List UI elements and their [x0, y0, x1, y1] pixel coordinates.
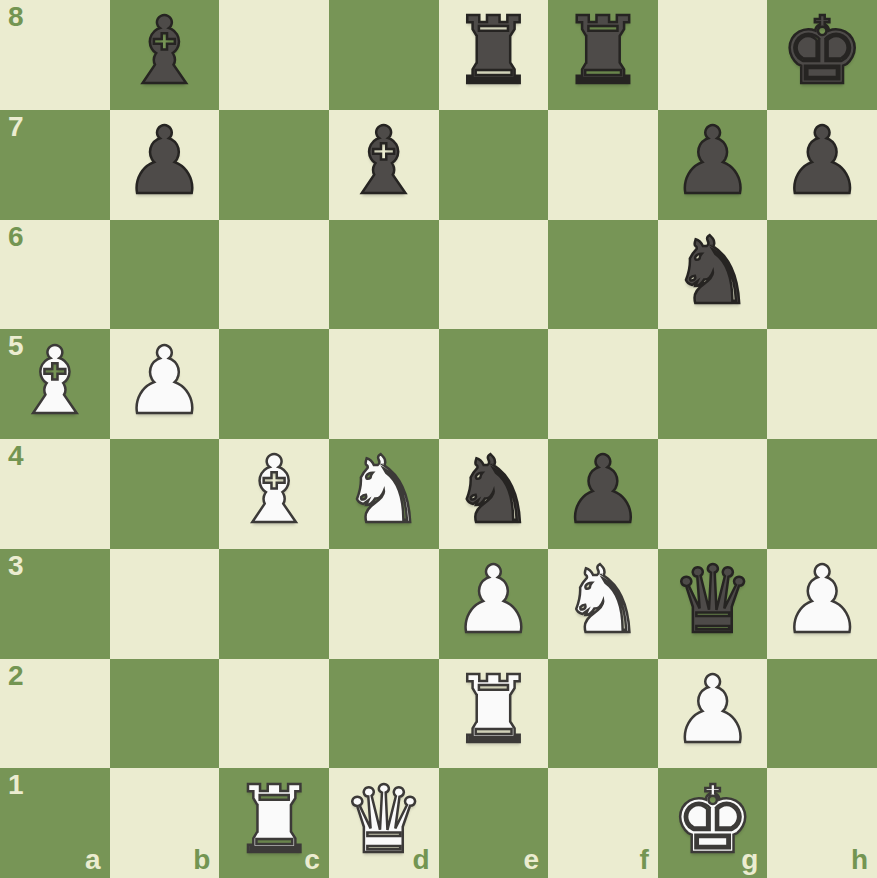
square-a8[interactable]: 8 [0, 0, 110, 110]
square-e7[interactable] [439, 110, 549, 220]
square-b8[interactable]: ♝ [110, 0, 220, 110]
file-label-h: h [851, 846, 868, 874]
square-c1[interactable]: c♜ [219, 768, 329, 878]
chess-board: 8♝♜♜♚7♟♝♟♟6♞5♝♟4♝♞♞♟3♟♞♛♟2♜♟1abc♜d♛efg♚h [0, 0, 877, 878]
rank-label-3: 3 [8, 552, 24, 580]
file-label-b: b [193, 846, 210, 874]
square-a1[interactable]: 1a [0, 768, 110, 878]
square-b4[interactable] [110, 439, 220, 549]
square-g1[interactable]: g♚ [658, 768, 768, 878]
square-c7[interactable] [219, 110, 329, 220]
square-f3[interactable]: ♞ [548, 549, 658, 659]
rank-label-8: 8 [8, 3, 24, 31]
square-b7[interactable]: ♟ [110, 110, 220, 220]
square-c6[interactable] [219, 220, 329, 330]
square-e5[interactable] [439, 329, 549, 439]
piece-black-king[interactable]: ♚ [781, 5, 864, 98]
square-a4[interactable]: 4 [0, 439, 110, 549]
square-g7[interactable]: ♟ [658, 110, 768, 220]
piece-white-bishop[interactable]: ♝ [232, 444, 315, 537]
square-d6[interactable] [329, 220, 439, 330]
piece-white-pawn[interactable]: ♟ [452, 554, 535, 647]
square-f4[interactable]: ♟ [548, 439, 658, 549]
file-label-f: f [639, 846, 648, 874]
piece-black-pawn[interactable]: ♟ [781, 115, 864, 208]
piece-black-knight[interactable]: ♞ [671, 225, 754, 318]
square-d8[interactable] [329, 0, 439, 110]
square-b2[interactable] [110, 659, 220, 769]
square-h6[interactable] [767, 220, 877, 330]
square-a6[interactable]: 6 [0, 220, 110, 330]
square-g8[interactable] [658, 0, 768, 110]
square-h2[interactable] [767, 659, 877, 769]
piece-black-rook[interactable]: ♜ [561, 5, 644, 98]
square-d1[interactable]: d♛ [329, 768, 439, 878]
square-g4[interactable] [658, 439, 768, 549]
square-a5[interactable]: 5♝ [0, 329, 110, 439]
file-label-a: a [85, 846, 101, 874]
square-d7[interactable]: ♝ [329, 110, 439, 220]
square-f8[interactable]: ♜ [548, 0, 658, 110]
square-d5[interactable] [329, 329, 439, 439]
piece-white-knight[interactable]: ♞ [561, 554, 644, 647]
square-f7[interactable] [548, 110, 658, 220]
square-b3[interactable] [110, 549, 220, 659]
square-h5[interactable] [767, 329, 877, 439]
piece-white-rook[interactable]: ♜ [232, 774, 315, 867]
square-e8[interactable]: ♜ [439, 0, 549, 110]
square-c2[interactable] [219, 659, 329, 769]
piece-black-bishop[interactable]: ♝ [123, 5, 206, 98]
piece-white-knight[interactable]: ♞ [342, 444, 425, 537]
square-e3[interactable]: ♟ [439, 549, 549, 659]
square-g6[interactable]: ♞ [658, 220, 768, 330]
square-g5[interactable] [658, 329, 768, 439]
square-f6[interactable] [548, 220, 658, 330]
square-a2[interactable]: 2 [0, 659, 110, 769]
square-d2[interactable] [329, 659, 439, 769]
piece-black-knight[interactable]: ♞ [452, 444, 535, 537]
rank-label-1: 1 [8, 771, 24, 799]
piece-black-pawn[interactable]: ♟ [123, 115, 206, 208]
piece-white-king[interactable]: ♚ [671, 774, 754, 867]
rank-label-4: 4 [8, 442, 24, 470]
square-d3[interactable] [329, 549, 439, 659]
square-h4[interactable] [767, 439, 877, 549]
square-h3[interactable]: ♟ [767, 549, 877, 659]
square-e1[interactable]: e [439, 768, 549, 878]
square-c8[interactable] [219, 0, 329, 110]
square-g3[interactable]: ♛ [658, 549, 768, 659]
piece-black-rook[interactable]: ♜ [452, 5, 535, 98]
square-f1[interactable]: f [548, 768, 658, 878]
square-f5[interactable] [548, 329, 658, 439]
square-e6[interactable] [439, 220, 549, 330]
square-h8[interactable]: ♚ [767, 0, 877, 110]
square-e4[interactable]: ♞ [439, 439, 549, 549]
square-f2[interactable] [548, 659, 658, 769]
square-b1[interactable]: b [110, 768, 220, 878]
square-a7[interactable]: 7 [0, 110, 110, 220]
piece-black-queen[interactable]: ♛ [671, 554, 754, 647]
square-d4[interactable]: ♞ [329, 439, 439, 549]
square-c5[interactable] [219, 329, 329, 439]
square-g2[interactable]: ♟ [658, 659, 768, 769]
square-h1[interactable]: h [767, 768, 877, 878]
square-c3[interactable] [219, 549, 329, 659]
piece-white-pawn[interactable]: ♟ [671, 664, 754, 757]
square-e2[interactable]: ♜ [439, 659, 549, 769]
piece-black-pawn[interactable]: ♟ [561, 444, 644, 537]
square-a3[interactable]: 3 [0, 549, 110, 659]
piece-white-rook[interactable]: ♜ [452, 664, 535, 757]
piece-black-bishop[interactable]: ♝ [342, 115, 425, 208]
piece-black-pawn[interactable]: ♟ [671, 115, 754, 208]
rank-label-2: 2 [8, 662, 24, 690]
piece-white-queen[interactable]: ♛ [342, 774, 425, 867]
square-b6[interactable] [110, 220, 220, 330]
rank-label-7: 7 [8, 113, 24, 141]
piece-white-pawn[interactable]: ♟ [123, 335, 206, 428]
square-h7[interactable]: ♟ [767, 110, 877, 220]
square-c4[interactable]: ♝ [219, 439, 329, 549]
rank-label-6: 6 [8, 223, 24, 251]
square-b5[interactable]: ♟ [110, 329, 220, 439]
piece-white-pawn[interactable]: ♟ [781, 554, 864, 647]
file-label-e: e [524, 846, 540, 874]
piece-white-bishop[interactable]: ♝ [13, 335, 96, 428]
